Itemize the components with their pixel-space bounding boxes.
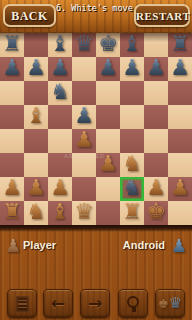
white-pawn: ♟ — [74, 128, 94, 152]
white-pawn: ♟ — [170, 176, 190, 200]
toolbar: ← → ♚♛ — [0, 289, 192, 319]
square-c6[interactable]: ♞ — [48, 81, 72, 105]
square-f3[interactable]: ♞ — [120, 153, 144, 177]
square-b2[interactable]: ♟ — [24, 177, 48, 201]
black-rook: ♜ — [2, 32, 22, 56]
square-g7[interactable]: ♟ — [144, 57, 168, 81]
square-e1[interactable] — [96, 201, 120, 225]
white-rook: ♜ — [122, 200, 142, 224]
square-e7[interactable]: ♟ — [96, 57, 120, 81]
moves-list-button[interactable] — [7, 289, 37, 318]
square-f1[interactable]: ♜ — [120, 201, 144, 225]
square-f8[interactable]: ♝ — [120, 33, 144, 57]
move-status-text: 6. White's move — [56, 3, 140, 13]
black-knight: ♞ — [122, 176, 142, 200]
square-a8[interactable]: ♜ — [0, 33, 24, 57]
white-player-name: Player — [23, 239, 56, 251]
square-h6[interactable] — [168, 81, 192, 105]
square-a6[interactable] — [0, 81, 24, 105]
arrow-right-icon: → — [88, 289, 102, 318]
square-d1[interactable]: ♛ — [72, 201, 96, 225]
black-pawn: ♟ — [26, 56, 46, 80]
black-pawn: ♟ — [122, 56, 142, 80]
top-bar: BACK 6. White's move RESTART — [0, 0, 192, 32]
black-pawn: ♟ — [170, 56, 190, 80]
white-knight: ♞ — [26, 200, 46, 224]
white-king: ♚ — [146, 200, 166, 224]
square-g4[interactable] — [144, 129, 168, 153]
square-a3[interactable] — [0, 153, 24, 177]
white-rook: ♜ — [2, 200, 22, 224]
square-g1[interactable]: ♚ — [144, 201, 168, 225]
undo-move-button[interactable]: ← — [43, 289, 73, 318]
square-d8[interactable]: ♛ — [72, 33, 96, 57]
square-h8[interactable]: ♜ — [168, 33, 192, 57]
square-c8[interactable]: ♝ — [48, 33, 72, 57]
square-c4[interactable] — [48, 129, 72, 153]
white-pawn: ♟ — [26, 176, 46, 200]
square-h3[interactable] — [168, 153, 192, 177]
square-h2[interactable]: ♟ — [168, 177, 192, 201]
square-e2[interactable] — [96, 177, 120, 201]
square-e5[interactable] — [96, 105, 120, 129]
square-d3[interactable] — [72, 153, 96, 177]
square-b4[interactable] — [24, 129, 48, 153]
square-c2[interactable]: ♟ — [48, 177, 72, 201]
lightbulb-icon — [127, 296, 139, 308]
white-bishop: ♝ — [50, 200, 70, 224]
square-e3[interactable]: ♟ — [96, 153, 120, 177]
black-bishop: ♝ — [50, 32, 70, 56]
black-pawn: ♟ — [98, 56, 118, 80]
back-button[interactable]: BACK — [3, 4, 56, 27]
board-bottom-edge — [0, 225, 192, 232]
square-f7[interactable]: ♟ — [120, 57, 144, 81]
black-queen: ♛ — [74, 32, 94, 56]
square-d7[interactable] — [72, 57, 96, 81]
black-bishop: ♝ — [122, 32, 142, 56]
square-d6[interactable] — [72, 81, 96, 105]
square-e8[interactable]: ♚ — [96, 33, 120, 57]
black-king: ♚ — [98, 32, 118, 56]
square-d5[interactable]: ♟ — [72, 105, 96, 129]
arrow-left-icon: ← — [51, 289, 65, 318]
redo-move-button[interactable]: → — [80, 289, 110, 318]
square-g3[interactable] — [144, 153, 168, 177]
square-b3[interactable] — [24, 153, 48, 177]
white-pawn: ♟ — [98, 152, 118, 176]
white-knight: ♞ — [122, 152, 142, 176]
square-a4[interactable] — [0, 129, 24, 153]
restart-button[interactable]: RESTART — [134, 4, 190, 27]
square-f5[interactable] — [120, 105, 144, 129]
square-b6[interactable] — [24, 81, 48, 105]
square-e6[interactable] — [96, 81, 120, 105]
square-e4[interactable] — [96, 129, 120, 153]
white-queen: ♛ — [74, 200, 94, 224]
black-knight: ♞ — [50, 80, 70, 104]
square-c7[interactable]: ♟ — [48, 57, 72, 81]
black-pawn: ♟ — [2, 56, 22, 80]
square-f2[interactable]: ♞ — [120, 177, 144, 201]
square-b1[interactable]: ♞ — [24, 201, 48, 225]
chess-board: ♜♝♛♚♝♜♟♟♟♟♟♟♟♞♝♟♟♟♞♟♟♟♞♟♟♜♞♝♛♜♚ — [0, 33, 192, 225]
square-a7[interactable]: ♟ — [0, 57, 24, 81]
square-g2[interactable]: ♟ — [144, 177, 168, 201]
square-b5[interactable]: ♝ — [24, 105, 48, 129]
black-pawn: ♟ — [74, 104, 94, 128]
chess-app-screen: BACK 6. White's move RESTART ♜♝♛♚♝♜♟♟♟♟♟… — [0, 0, 192, 320]
square-c1[interactable]: ♝ — [48, 201, 72, 225]
square-h1[interactable] — [168, 201, 192, 225]
square-g8[interactable] — [144, 33, 168, 57]
square-b8[interactable] — [24, 33, 48, 57]
square-h4[interactable] — [168, 129, 192, 153]
black-pawn-icon: ♟ — [171, 233, 187, 259]
square-b7[interactable]: ♟ — [24, 57, 48, 81]
square-c5[interactable] — [48, 105, 72, 129]
square-f4[interactable] — [120, 129, 144, 153]
square-h7[interactable]: ♟ — [168, 57, 192, 81]
hint-button[interactable] — [118, 289, 148, 318]
square-a1[interactable]: ♜ — [0, 201, 24, 225]
chess-pieces-icon: ♚♛ — [158, 289, 182, 319]
square-a2[interactable]: ♟ — [0, 177, 24, 201]
white-bishop: ♝ — [26, 104, 46, 128]
white-pawn-icon: ♟ — [5, 233, 21, 259]
white-pawn: ♟ — [146, 176, 166, 200]
square-g5[interactable] — [144, 105, 168, 129]
black-rook: ♜ — [170, 32, 190, 56]
player-bar: ♟ Player Android ♟ — [0, 232, 192, 262]
square-f6[interactable] — [120, 81, 144, 105]
square-c3[interactable] — [48, 153, 72, 177]
black-pawn: ♟ — [146, 56, 166, 80]
black-player-name: Android — [123, 239, 165, 251]
square-h5[interactable] — [168, 105, 192, 129]
square-a5[interactable] — [0, 105, 24, 129]
document-icon — [16, 296, 29, 312]
black-pawn: ♟ — [50, 56, 70, 80]
square-d2[interactable] — [72, 177, 96, 201]
square-d4[interactable]: ♟ — [72, 129, 96, 153]
square-g6[interactable] — [144, 81, 168, 105]
white-pawn: ♟ — [50, 176, 70, 200]
pieces-button[interactable]: ♚♛ — [155, 289, 185, 318]
white-pawn: ♟ — [2, 176, 22, 200]
